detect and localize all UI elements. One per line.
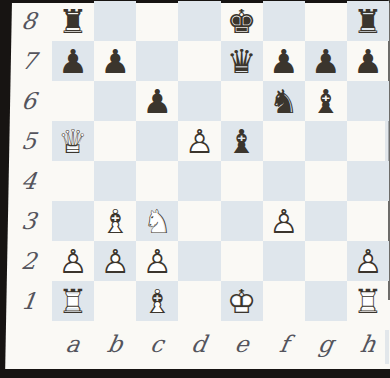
rank-label-2: 2 xyxy=(7,241,51,281)
square-c3: ♞♘ xyxy=(136,201,178,241)
square-a7: ♟ xyxy=(52,41,94,81)
file-label-b: b xyxy=(91,326,139,362)
square-f1 xyxy=(263,281,305,321)
square-b2: ♟♙ xyxy=(94,241,136,281)
square-e7: ♛ xyxy=(221,41,263,81)
black-king-piece: ♚ xyxy=(227,5,257,38)
square-g3 xyxy=(305,201,347,241)
rank-label-8: 8 xyxy=(7,1,51,41)
rank-label-6: 6 xyxy=(7,81,51,121)
square-g1 xyxy=(305,281,347,321)
square-b5 xyxy=(94,121,136,161)
white-pawn-piece: ♟♙ xyxy=(58,245,88,278)
rank-label-1: 1 xyxy=(7,281,51,321)
square-b4 xyxy=(94,161,136,201)
square-d5: ♟♙ xyxy=(178,121,220,161)
square-a4 xyxy=(52,161,94,201)
square-b1 xyxy=(94,281,136,321)
square-d2 xyxy=(178,241,220,281)
square-h3 xyxy=(347,201,389,241)
file-label-d: d xyxy=(175,326,223,362)
white-rook-piece: ♜♖ xyxy=(58,285,88,318)
rank-labels: 87654321 xyxy=(10,1,48,321)
black-pawn-piece: ♟ xyxy=(311,45,341,78)
square-c5 xyxy=(136,121,178,161)
square-g8 xyxy=(305,1,347,41)
square-a3 xyxy=(52,201,94,241)
chess-diagram-page: 87654321 ♜♚♜♟♟♛♟♟♟♟♞♝♛♕♟♙♝♝♗♞♘♟♙♟♙♟♙♟♙♟♙… xyxy=(0,0,390,378)
square-d4 xyxy=(178,161,220,201)
square-e1: ♚♔ xyxy=(221,281,263,321)
square-f8 xyxy=(263,1,305,41)
rank-label-4: 4 xyxy=(7,161,51,201)
square-h6 xyxy=(347,81,389,121)
square-h2: ♟♙ xyxy=(347,241,389,281)
square-b8 xyxy=(94,1,136,41)
square-a6 xyxy=(52,81,94,121)
square-g2 xyxy=(305,241,347,281)
file-label-g: g xyxy=(302,326,350,362)
scan-border-bottom xyxy=(0,369,390,378)
white-pawn-piece: ♟♙ xyxy=(353,245,383,278)
square-d6 xyxy=(178,81,220,121)
square-e5: ♝ xyxy=(221,121,263,161)
white-bishop-piece: ♝♗ xyxy=(143,285,173,318)
file-label-a: a xyxy=(49,326,97,362)
square-e2 xyxy=(221,241,263,281)
black-bishop-piece: ♝ xyxy=(311,85,341,118)
white-pawn-piece: ♟♙ xyxy=(185,125,215,158)
square-c7 xyxy=(136,41,178,81)
square-f5 xyxy=(263,121,305,161)
square-a8: ♜ xyxy=(52,1,94,41)
square-f2 xyxy=(263,241,305,281)
black-rook-piece: ♜ xyxy=(58,5,88,38)
chess-board: ♜♚♜♟♟♛♟♟♟♟♞♝♛♕♟♙♝♝♗♞♘♟♙♟♙♟♙♟♙♟♙♜♖♝♗♚♔♜♖ xyxy=(52,1,389,321)
square-f3: ♟♙ xyxy=(263,201,305,241)
square-h8: ♜ xyxy=(347,1,389,41)
black-pawn-piece: ♟ xyxy=(269,45,299,78)
white-pawn-piece: ♟♙ xyxy=(143,245,173,278)
black-bishop-piece: ♝ xyxy=(227,125,257,158)
file-label-c: c xyxy=(133,326,181,362)
square-b7: ♟ xyxy=(94,41,136,81)
square-a1: ♜♖ xyxy=(52,281,94,321)
white-rook-piece: ♜♖ xyxy=(353,285,383,318)
square-e6 xyxy=(221,81,263,121)
white-queen-piece: ♛♕ xyxy=(58,125,88,158)
rank-label-7: 7 xyxy=(7,41,51,81)
square-e3 xyxy=(221,201,263,241)
square-b6 xyxy=(94,81,136,121)
black-knight-piece: ♞ xyxy=(269,85,299,118)
black-pawn-piece: ♟ xyxy=(100,45,130,78)
rank-label-3: 3 xyxy=(7,201,51,241)
white-king-piece: ♚♔ xyxy=(227,285,257,318)
square-h7: ♟ xyxy=(347,41,389,81)
square-e8: ♚ xyxy=(221,1,263,41)
square-c1: ♝♗ xyxy=(136,281,178,321)
square-g7: ♟ xyxy=(305,41,347,81)
file-label-e: e xyxy=(217,326,265,362)
white-knight-piece: ♞♘ xyxy=(143,205,173,238)
square-h1: ♜♖ xyxy=(347,281,389,321)
square-g4 xyxy=(305,161,347,201)
square-c4 xyxy=(136,161,178,201)
black-pawn-piece: ♟ xyxy=(353,45,383,78)
square-f4 xyxy=(263,161,305,201)
black-pawn-piece: ♟ xyxy=(58,45,88,78)
white-bishop-piece: ♝♗ xyxy=(100,205,130,238)
black-pawn-piece: ♟ xyxy=(143,85,173,118)
square-g5 xyxy=(305,121,347,161)
square-d3 xyxy=(178,201,220,241)
square-h5 xyxy=(347,121,389,161)
black-queen-piece: ♛ xyxy=(227,45,257,78)
square-b3: ♝♗ xyxy=(94,201,136,241)
file-label-h: h xyxy=(344,326,390,362)
white-pawn-piece: ♟♙ xyxy=(100,245,130,278)
file-labels: abcdefgh xyxy=(52,326,389,362)
square-d1 xyxy=(178,281,220,321)
square-c6: ♟ xyxy=(136,81,178,121)
square-d8 xyxy=(178,1,220,41)
square-c2: ♟♙ xyxy=(136,241,178,281)
square-a5: ♛♕ xyxy=(52,121,94,161)
square-f7: ♟ xyxy=(263,41,305,81)
white-pawn-piece: ♟♙ xyxy=(269,205,299,238)
black-rook-piece: ♜ xyxy=(353,5,383,38)
square-e4 xyxy=(221,161,263,201)
square-h4 xyxy=(347,161,389,201)
square-f6: ♞ xyxy=(263,81,305,121)
square-d7 xyxy=(178,41,220,81)
rank-label-5: 5 xyxy=(7,121,51,161)
file-label-f: f xyxy=(259,326,307,362)
square-g6: ♝ xyxy=(305,81,347,121)
square-a2: ♟♙ xyxy=(52,241,94,281)
square-c8 xyxy=(136,1,178,41)
